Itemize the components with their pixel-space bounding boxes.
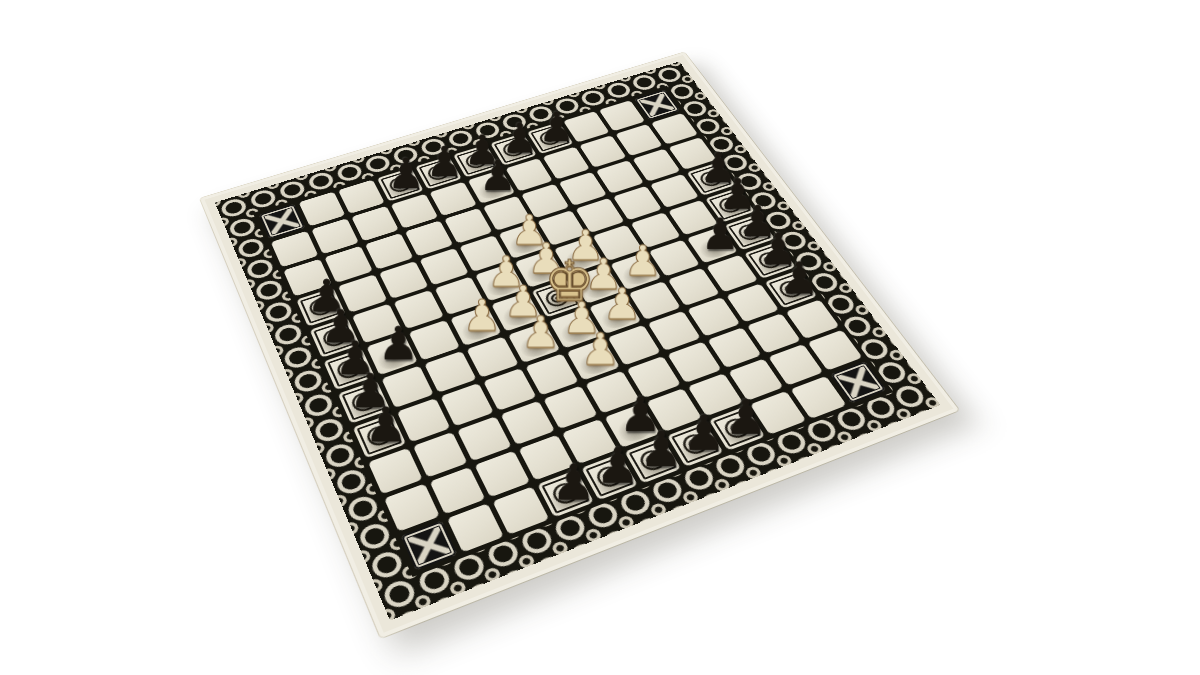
square-c10[interactable] [351,206,399,241]
square-d5[interactable] [466,337,518,378]
tafl-board-grid: ♟♟♟♟♟♟♟♟♟♟♟♟♟♟♟♟♟♟♚♟♟♟♟♟♟♟♟♟♟♟♟♟♟♟♟♟♟ [253,86,894,577]
square-f4[interactable]: ♟ [567,339,620,380]
celtic-border-band: ♟♟♟♟♟♟♟♟♟♟♟♟♟♟♟♟♟♟♚♟♟♟♟♟♟♟♟♟♟♟♟♟♟♟♟♟♟ [215,62,941,621]
attacker-piece[interactable]: ♟ [426,141,462,183]
square-a1[interactable] [401,520,458,570]
attacker-piece[interactable]: ♟ [682,409,724,458]
square-c9[interactable] [365,233,413,270]
square-c5[interactable] [424,351,476,393]
defender-piece[interactable]: ♟ [624,240,662,282]
attacker-piece[interactable]: ♟ [378,320,418,366]
square-k1[interactable] [830,361,886,403]
defender-piece[interactable]: ♟ [602,282,641,325]
attacker-piece[interactable]: ♟ [779,256,818,301]
square-j1[interactable] [790,376,846,419]
attacker-piece[interactable]: ♟ [387,152,424,194]
attacker-piece[interactable]: ♟ [724,393,766,441]
square-e5[interactable]: ♟ [508,322,560,363]
square-d1[interactable]: ♟ [537,470,594,518]
attacker-piece[interactable]: ♟ [364,400,406,448]
product-photo-scene: ♟♟♟♟♟♟♟♟♟♟♟♟♟♟♟♟♟♟♚♟♟♟♟♟♟♟♟♟♟♟♟♟♟♟♟♟♟ [0,0,1200,675]
attacker-piece[interactable]: ♟ [596,441,639,490]
attacker-piece[interactable]: ♟ [479,154,516,196]
defender-piece[interactable]: ♟ [521,310,561,354]
attacker-piece[interactable]: ♟ [551,457,594,507]
attacker-piece[interactable]: ♟ [639,425,682,474]
square-a4[interactable]: ♟ [353,414,407,459]
square-d8[interactable] [419,248,468,285]
attacker-piece[interactable]: ♟ [701,212,739,256]
defender-piece[interactable]: ♟ [462,294,502,338]
tafl-cloth-mat: ♟♟♟♟♟♟♟♟♟♟♟♟♟♟♟♟♟♟♚♟♟♟♟♟♟♟♟♟♟♟♟♟♟♟♟♟♟ [200,52,959,638]
attacker-piece[interactable]: ♟ [538,106,574,147]
square-c1[interactable] [492,486,549,534]
defender-piece[interactable]: ♟ [580,327,620,371]
square-b1[interactable] [447,503,504,552]
